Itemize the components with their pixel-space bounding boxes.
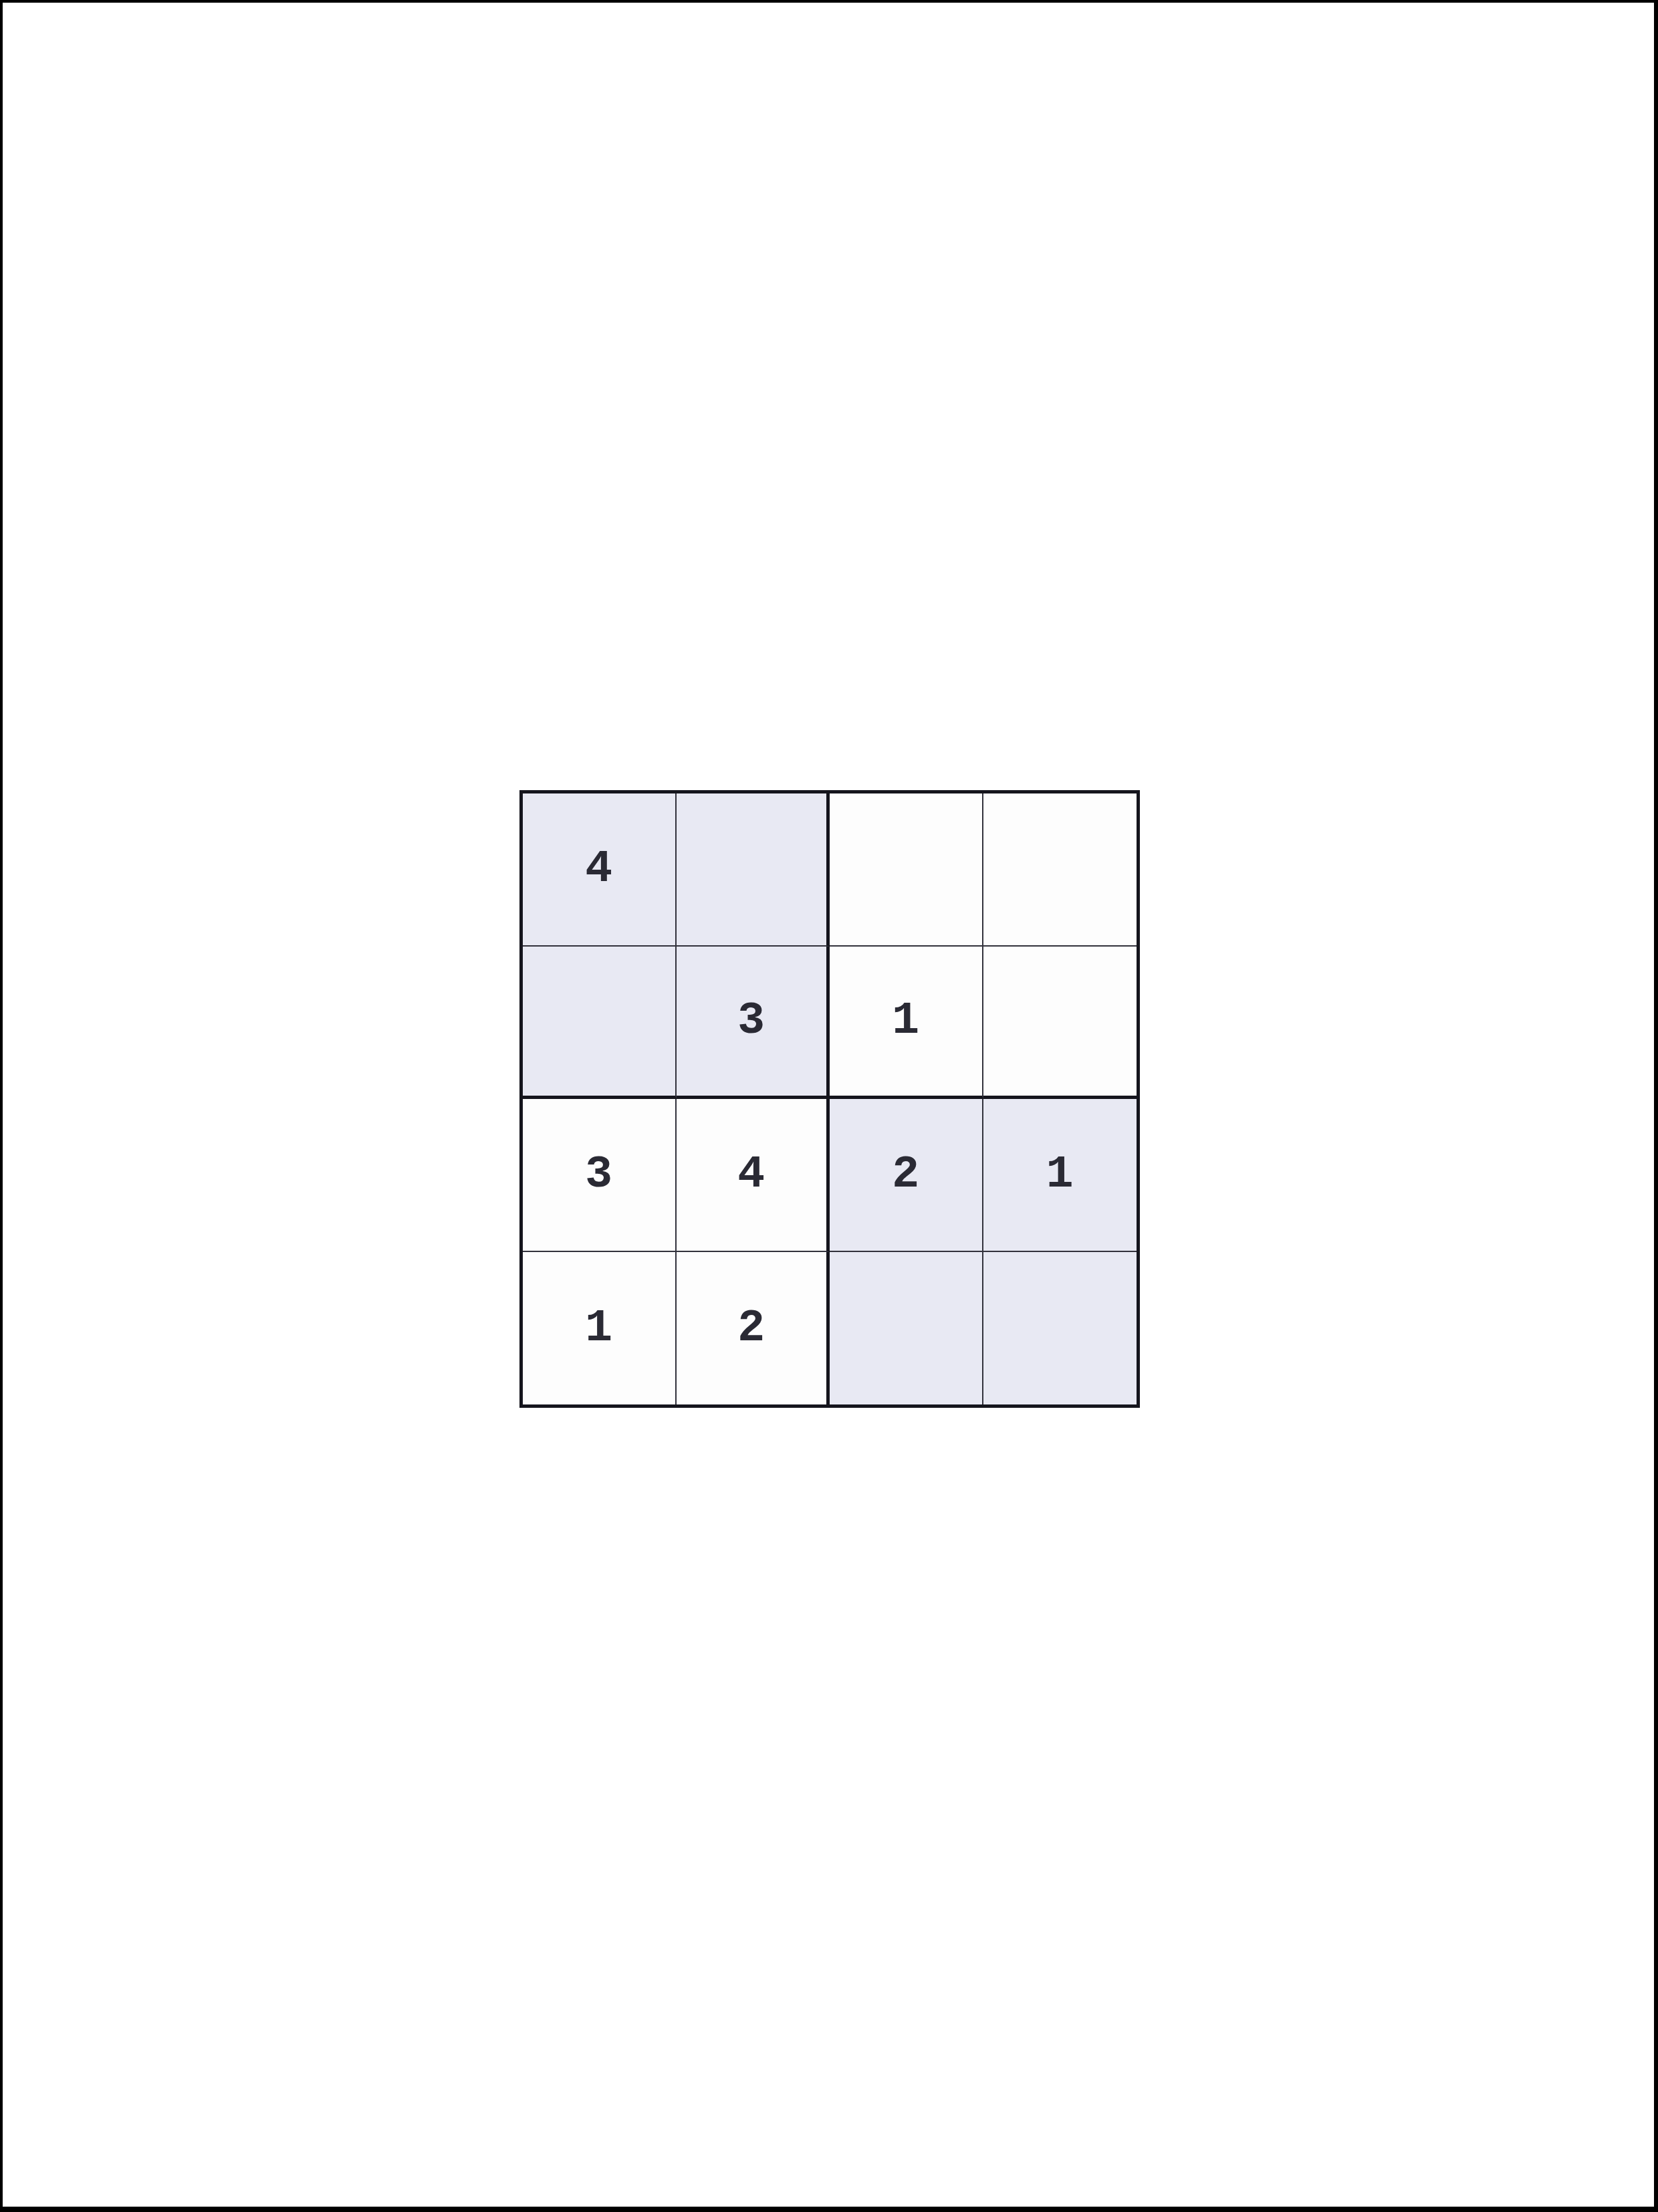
- cell-r1c2-empty: [677, 793, 830, 947]
- cell-r4c1-given-1: 1: [523, 1252, 677, 1405]
- cell-r2c3-given-1: 1: [830, 947, 983, 1100]
- cell-r2c1-empty: [523, 947, 677, 1100]
- cell-r3c1-given-3: 3: [523, 1099, 677, 1252]
- cell-r4c3-empty: [830, 1252, 983, 1405]
- worksheet-page: 431342112: [0, 0, 1658, 2212]
- cell-r3c2-given-4: 4: [677, 1099, 830, 1252]
- sudoku-board: 431342112: [519, 790, 1140, 1408]
- cell-r3c3-given-2: 2: [830, 1099, 983, 1252]
- cell-r2c2-given-3: 3: [677, 947, 830, 1100]
- cell-r3c4-given-1: 1: [983, 1099, 1137, 1252]
- cell-r4c2-given-2: 2: [677, 1252, 830, 1405]
- cell-r2c4-empty: [983, 947, 1137, 1100]
- cell-r4c4-empty: [983, 1252, 1137, 1405]
- cell-r1c1-given-4: 4: [523, 793, 677, 947]
- cell-r1c4-empty: [983, 793, 1137, 947]
- cell-r1c3-empty: [830, 793, 983, 947]
